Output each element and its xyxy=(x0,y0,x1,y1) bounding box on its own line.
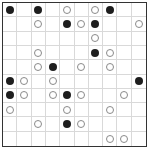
white-pearl-icon xyxy=(106,49,114,57)
white-pearl-icon xyxy=(106,106,114,114)
white-pearl-icon xyxy=(77,91,85,99)
cell-r10c10[interactable] xyxy=(132,132,146,146)
cell-r5c8[interactable] xyxy=(103,60,117,74)
white-pearl-icon xyxy=(77,20,85,28)
cell-r10c7[interactable] xyxy=(89,132,103,146)
cell-r2c8[interactable] xyxy=(103,17,117,31)
cell-r1c6[interactable] xyxy=(75,3,89,17)
cell-r8c6[interactable] xyxy=(75,103,89,117)
cell-r4c6[interactable] xyxy=(75,46,89,60)
cell-r2c2[interactable] xyxy=(17,17,31,31)
cell-r2c1[interactable] xyxy=(3,17,17,31)
cell-r3c3[interactable] xyxy=(32,32,46,46)
cell-r5c9[interactable] xyxy=(117,60,131,74)
cell-r5c3[interactable] xyxy=(32,60,46,74)
cell-r1c10[interactable] xyxy=(132,3,146,17)
cell-r4c9[interactable] xyxy=(117,46,131,60)
cell-r4c3[interactable] xyxy=(32,46,46,60)
cell-r9c10[interactable] xyxy=(132,117,146,131)
cell-r4c10[interactable] xyxy=(132,46,146,60)
cell-r1c8[interactable] xyxy=(103,3,117,17)
white-pearl-icon xyxy=(91,34,99,42)
cell-r10c5[interactable] xyxy=(60,132,74,146)
cell-r3c5[interactable] xyxy=(60,32,74,46)
cell-r7c4[interactable] xyxy=(46,89,60,103)
cell-r3c1[interactable] xyxy=(3,32,17,46)
cell-r6c9[interactable] xyxy=(117,75,131,89)
cell-r6c3[interactable] xyxy=(32,75,46,89)
cell-r10c4[interactable] xyxy=(46,132,60,146)
cell-r6c1[interactable] xyxy=(3,75,17,89)
cell-r1c4[interactable] xyxy=(46,3,60,17)
cell-r4c4[interactable] xyxy=(46,46,60,60)
white-pearl-icon xyxy=(34,20,42,28)
cell-r9c7[interactable] xyxy=(89,117,103,131)
cell-r7c2[interactable] xyxy=(17,89,31,103)
cell-r7c6[interactable] xyxy=(75,89,89,103)
white-pearl-icon xyxy=(49,77,57,85)
cell-r4c5[interactable] xyxy=(60,46,74,60)
cell-r5c7[interactable] xyxy=(89,60,103,74)
white-pearl-icon xyxy=(77,120,85,128)
black-pearl-icon xyxy=(6,91,14,99)
black-pearl-icon xyxy=(63,91,71,99)
cell-r9c2[interactable] xyxy=(17,117,31,131)
white-pearl-icon xyxy=(135,20,143,28)
cell-r8c3[interactable] xyxy=(32,103,46,117)
black-pearl-icon xyxy=(6,77,14,85)
masyu-board xyxy=(2,2,147,147)
cell-r8c7[interactable] xyxy=(89,103,103,117)
white-pearl-icon xyxy=(49,91,57,99)
cell-r5c5[interactable] xyxy=(60,60,74,74)
cell-r2c9[interactable] xyxy=(117,17,131,31)
cell-r3c10[interactable] xyxy=(132,32,146,46)
black-pearl-icon xyxy=(49,63,57,71)
cell-r4c8[interactable] xyxy=(103,46,117,60)
cell-r5c4[interactable] xyxy=(46,60,60,74)
cell-r2c6[interactable] xyxy=(75,17,89,31)
white-pearl-icon xyxy=(77,63,85,71)
cell-r4c1[interactable] xyxy=(3,46,17,60)
cell-r8c5[interactable] xyxy=(60,103,74,117)
cell-r7c5[interactable] xyxy=(60,89,74,103)
cell-r10c2[interactable] xyxy=(17,132,31,146)
cell-r10c8[interactable] xyxy=(103,132,117,146)
cell-r9c6[interactable] xyxy=(75,117,89,131)
cell-r8c9[interactable] xyxy=(117,103,131,117)
cell-r3c4[interactable] xyxy=(46,32,60,46)
cell-r2c5[interactable] xyxy=(60,17,74,31)
cell-r8c2[interactable] xyxy=(17,103,31,117)
black-pearl-icon xyxy=(6,6,14,14)
white-pearl-icon xyxy=(34,120,42,128)
black-pearl-icon xyxy=(34,6,42,14)
black-pearl-icon xyxy=(135,77,143,85)
cell-r7c8[interactable] xyxy=(103,89,117,103)
white-pearl-icon xyxy=(91,6,99,14)
cell-r9c9[interactable] xyxy=(117,117,131,131)
black-pearl-icon xyxy=(63,120,71,128)
cell-r10c1[interactable] xyxy=(3,132,17,146)
cell-r5c2[interactable] xyxy=(17,60,31,74)
black-pearl-icon xyxy=(63,20,71,28)
cell-r6c10[interactable] xyxy=(132,75,146,89)
cell-r1c5[interactable] xyxy=(60,3,74,17)
cell-r8c1[interactable] xyxy=(3,103,17,117)
cell-r3c9[interactable] xyxy=(117,32,131,46)
cell-r8c8[interactable] xyxy=(103,103,117,117)
cell-r7c10[interactable] xyxy=(132,89,146,103)
cell-r9c3[interactable] xyxy=(32,117,46,131)
cell-r6c6[interactable] xyxy=(75,75,89,89)
cell-r8c10[interactable] xyxy=(132,103,146,117)
cell-r7c7[interactable] xyxy=(89,89,103,103)
cell-r5c10[interactable] xyxy=(132,60,146,74)
cell-r6c8[interactable] xyxy=(103,75,117,89)
cell-r2c10[interactable] xyxy=(132,17,146,31)
white-pearl-icon xyxy=(120,91,128,99)
cell-r1c9[interactable] xyxy=(117,3,131,17)
white-pearl-icon xyxy=(34,49,42,57)
cell-r9c4[interactable] xyxy=(46,117,60,131)
cell-r7c1[interactable] xyxy=(3,89,17,103)
cell-r10c3[interactable] xyxy=(32,132,46,146)
cell-r3c8[interactable] xyxy=(103,32,117,46)
cell-r2c4[interactable] xyxy=(46,17,60,31)
white-pearl-icon xyxy=(120,135,128,143)
cell-r6c5[interactable] xyxy=(60,75,74,89)
cell-r5c6[interactable] xyxy=(75,60,89,74)
cell-r9c1[interactable] xyxy=(3,117,17,131)
cell-r6c4[interactable] xyxy=(46,75,60,89)
cell-r2c3[interactable] xyxy=(32,17,46,31)
cell-r1c1[interactable] xyxy=(3,3,17,17)
white-pearl-icon xyxy=(106,135,114,143)
cell-r3c7[interactable] xyxy=(89,32,103,46)
cell-r10c9[interactable] xyxy=(117,132,131,146)
cell-r7c3[interactable] xyxy=(32,89,46,103)
cell-r4c2[interactable] xyxy=(17,46,31,60)
white-pearl-icon xyxy=(63,6,71,14)
cell-r9c5[interactable] xyxy=(60,117,74,131)
cell-r1c2[interactable] xyxy=(17,3,31,17)
cell-r9c8[interactable] xyxy=(103,117,117,131)
cell-r7c9[interactable] xyxy=(117,89,131,103)
cell-r3c6[interactable] xyxy=(75,32,89,46)
cell-r8c4[interactable] xyxy=(46,103,60,117)
cell-r10c6[interactable] xyxy=(75,132,89,146)
black-pearl-icon xyxy=(91,49,99,57)
cell-r6c2[interactable] xyxy=(17,75,31,89)
white-pearl-icon xyxy=(20,77,28,85)
cell-r4c7[interactable] xyxy=(89,46,103,60)
cell-r1c7[interactable] xyxy=(89,3,103,17)
cell-r5c1[interactable] xyxy=(3,60,17,74)
white-pearl-icon xyxy=(6,106,14,114)
cell-r3c2[interactable] xyxy=(17,32,31,46)
cell-r2c7[interactable] xyxy=(89,17,103,31)
black-pearl-icon xyxy=(91,20,99,28)
white-pearl-icon xyxy=(34,63,42,71)
white-pearl-icon xyxy=(63,106,71,114)
cell-r1c3[interactable] xyxy=(32,3,46,17)
cell-r6c7[interactable] xyxy=(89,75,103,89)
white-pearl-icon xyxy=(106,63,114,71)
black-pearl-icon xyxy=(106,6,114,14)
white-pearl-icon xyxy=(20,91,28,99)
